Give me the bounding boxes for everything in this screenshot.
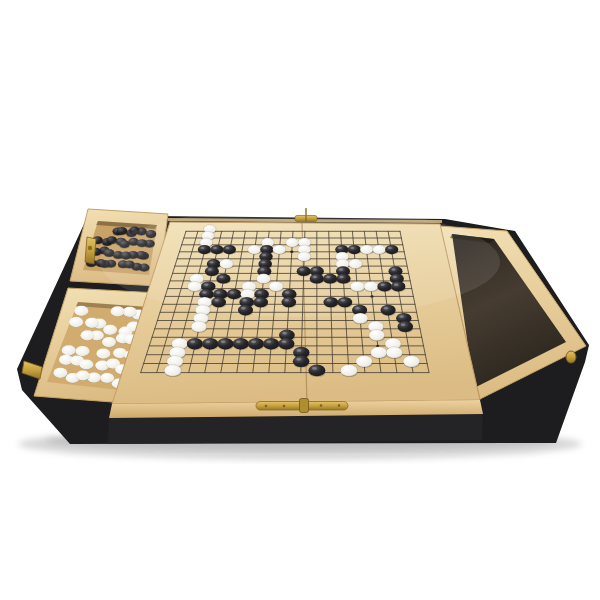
black-stone-r6c3[interactable] [205,266,219,276]
white-stone-r5c4[interactable] [220,259,234,269]
black-stone-r3c3[interactable] [210,245,223,254]
black-stone-r15c4[interactable] [202,338,218,349]
black-stone-r10c13[interactable] [338,297,353,307]
black-stone-r10c7[interactable] [253,297,268,307]
white-stone-r3c16[interactable] [373,245,386,254]
black-stone-r7c12[interactable] [323,274,337,284]
white-stone-r7c7[interactable] [256,274,270,284]
white-stone-r8c2[interactable] [188,281,202,291]
black-stone-r8c16[interactable] [377,281,391,291]
black-stone-r9c5[interactable] [227,289,242,299]
white-stone-r16c16[interactable] [386,347,402,358]
black-stone-r13c17[interactable] [398,321,414,332]
white-stone-r17c14[interactable] [356,356,373,368]
white-stone-r18c2[interactable] [164,365,181,377]
black-stone-r10c4[interactable] [211,297,226,307]
go-board[interactable] [100,207,500,418]
tray-white-stone[interactable] [62,345,76,355]
black-stone-r18c11[interactable] [308,365,325,377]
black-stone-r15c7[interactable] [248,338,264,349]
left-brass-clasp [85,237,96,264]
white-stone-r2c9[interactable] [286,238,299,247]
tray-white-stone[interactable] [53,368,67,378]
go-set-photo [0,0,600,600]
tray-white-stone[interactable] [76,346,90,356]
tray-white-stone[interactable] [100,373,114,383]
white-stone-r4c10[interactable] [297,252,310,261]
black-stone-r15c5[interactable] [217,338,233,349]
tray-white-stone[interactable] [123,307,137,317]
tray-white-stone[interactable] [102,337,116,347]
black-stone-r15c8[interactable] [263,338,279,349]
white-stone-r14c15[interactable] [369,330,385,341]
white-stone-r13c3[interactable] [191,321,207,332]
tray-white-stone[interactable] [85,318,99,328]
tray-white-stone[interactable] [96,349,110,359]
white-stone-r12c14[interactable] [353,313,368,324]
white-stone-r8c8[interactable] [269,281,283,291]
black-stone-r7c4[interactable] [216,274,230,284]
white-stone-r16c15[interactable] [371,347,387,358]
white-stone-r3c8[interactable] [273,245,286,254]
black-stone-r3c17[interactable] [385,245,398,254]
black-stone-r15c9[interactable] [278,338,294,349]
black-stone-r7c13[interactable] [336,274,350,284]
tray-white-stone[interactable] [76,370,90,380]
black-stone-r15c6[interactable] [233,338,249,349]
black-stone-r11c6[interactable] [238,305,253,316]
white-stone-r17c17[interactable] [403,356,420,368]
white-stone-r3c15[interactable] [360,245,373,254]
right-end-brass-knob [566,351,576,363]
white-stone-r8c15[interactable] [364,281,378,291]
tray-white-stone[interactable] [79,359,93,369]
black-stone-r3c14[interactable] [348,245,361,254]
white-stone-r3c6[interactable] [248,245,261,254]
black-stone-r10c9[interactable] [281,297,296,307]
black-stone-r3c2[interactable] [198,245,211,254]
white-stone-r5c14[interactable] [349,259,363,269]
black-stone-r17c10[interactable] [293,356,310,368]
tray-black-stone[interactable] [117,227,128,235]
scene [0,0,600,600]
tray-white-stone[interactable] [69,317,83,327]
black-stone-r11c16[interactable] [381,305,396,316]
tray-white-stone[interactable] [103,325,117,335]
black-stone-r3c4[interactable] [223,245,236,254]
black-stone-r7c11[interactable] [310,274,324,284]
tray-white-stone[interactable] [74,306,88,316]
white-stone-r8c14[interactable] [350,281,364,291]
white-stone-r18c13[interactable] [340,365,357,377]
tray-white-stone[interactable] [81,330,95,340]
black-stone-r6c10[interactable] [297,266,311,276]
black-stone-r8c17[interactable] [391,281,405,291]
black-stone-r15c3[interactable] [187,338,203,349]
black-stone-r10c12[interactable] [323,297,338,307]
tray-white-stone[interactable] [111,306,125,316]
